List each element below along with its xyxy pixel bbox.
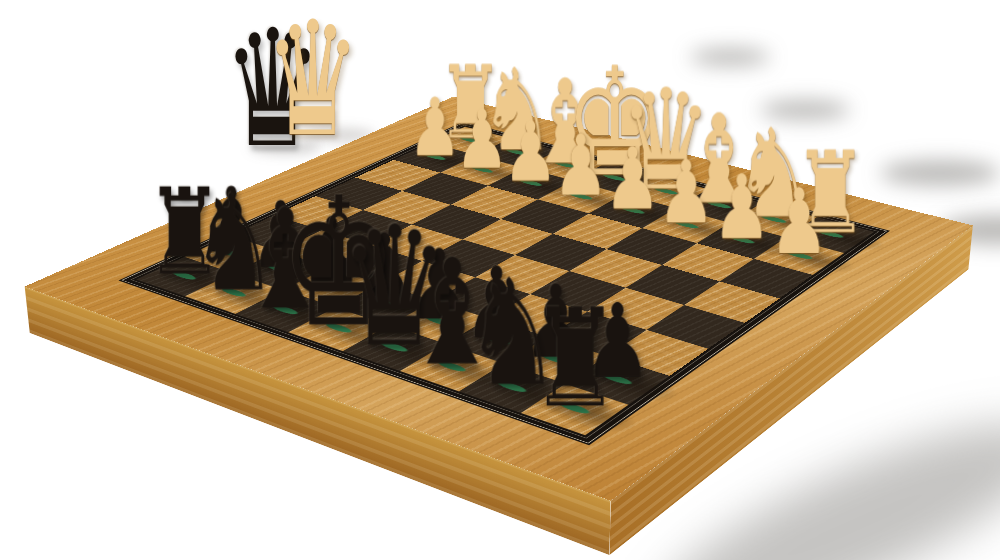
piece-white-pawn[interactable]: ♟ <box>553 123 609 207</box>
piece-white-pawn[interactable]: ♟ <box>408 87 461 167</box>
piece-white-pawn[interactable]: ♟ <box>712 163 771 252</box>
piece-black-rook[interactable]: ♜ <box>530 290 620 426</box>
piece-cast-shadow <box>880 160 1000 186</box>
square-a8[interactable]: ♜ <box>521 384 629 436</box>
extra-white-queen[interactable]: ♛ <box>265 0 361 158</box>
piece-white-pawn[interactable]: ♟ <box>657 149 715 236</box>
piece-white-pawn[interactable]: ♟ <box>503 111 558 194</box>
product-photo-stage: ♛ ♛ ♜♞♝♚♛♝♞♜♟♟♟♟♟♟♟♟♟♟♟♟♟♟♟♟♜♞♝♚♛♝♞♜ <box>0 0 1000 560</box>
piece-white-pawn[interactable]: ♟ <box>604 136 661 222</box>
piece-white-pawn[interactable]: ♟ <box>455 99 509 180</box>
chess-board: ♜♞♝♚♛♝♞♜♟♟♟♟♟♟♟♟♟♟♟♟♟♟♟♟♜♞♝♚♛♝♞♜ <box>25 97 973 501</box>
piece-white-pawn[interactable]: ♟ <box>769 177 829 267</box>
